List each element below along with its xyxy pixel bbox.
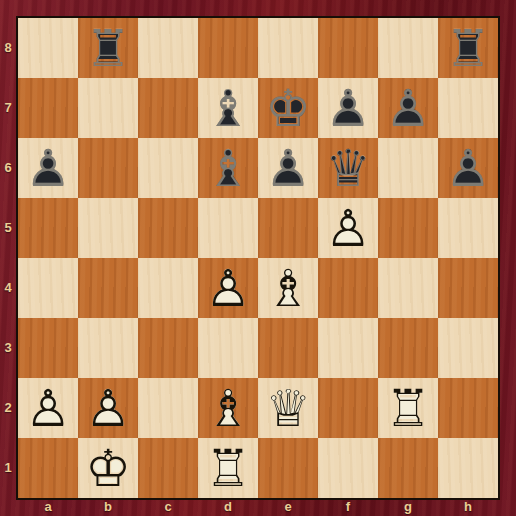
white-rook: ♜♖ (378, 378, 438, 438)
square-d4[interactable]: ♟♙ (198, 258, 258, 318)
square-b5[interactable] (78, 198, 138, 258)
square-e1[interactable] (258, 438, 318, 498)
square-c5[interactable] (138, 198, 198, 258)
square-a1[interactable] (18, 438, 78, 498)
square-a8[interactable] (18, 18, 78, 78)
board-frame: ♜♖♜♖♝♗♚♔♟♙♟♙♟♙♝♗♟♙♛♕♟♙♟♙♟♙♝♗♟♙♟♙♝♗♛♕♜♖♚♔… (0, 0, 516, 516)
black-pawn: ♟♙ (18, 138, 78, 198)
square-g5[interactable] (378, 198, 438, 258)
black-rook: ♜♖ (78, 18, 138, 78)
square-f7[interactable]: ♟♙ (318, 78, 378, 138)
white-bishop: ♝♗ (258, 258, 318, 318)
white-pawn: ♟♙ (18, 378, 78, 438)
board: ♜♖♜♖♝♗♚♔♟♙♟♙♟♙♝♗♟♙♛♕♟♙♟♙♟♙♝♗♟♙♟♙♝♗♛♕♜♖♚♔… (16, 16, 500, 500)
square-a3[interactable] (18, 318, 78, 378)
file-label-b: b (78, 498, 138, 516)
file-label-h: h (438, 498, 498, 516)
square-d2[interactable]: ♝♗ (198, 378, 258, 438)
black-pawn: ♟♙ (438, 138, 498, 198)
black-pawn: ♟♙ (258, 138, 318, 198)
square-e7[interactable]: ♚♔ (258, 78, 318, 138)
black-king: ♚♔ (258, 78, 318, 138)
square-g1[interactable] (378, 438, 438, 498)
square-c7[interactable] (138, 78, 198, 138)
square-d7[interactable]: ♝♗ (198, 78, 258, 138)
white-pawn: ♟♙ (318, 198, 378, 258)
square-h4[interactable] (438, 258, 498, 318)
rank-label-1: 1 (0, 438, 16, 498)
square-a2[interactable]: ♟♙ (18, 378, 78, 438)
square-h2[interactable] (438, 378, 498, 438)
file-label-g: g (378, 498, 438, 516)
square-a4[interactable] (18, 258, 78, 318)
rank-label-3: 3 (0, 318, 16, 378)
white-king: ♚♔ (78, 438, 138, 498)
square-e2[interactable]: ♛♕ (258, 378, 318, 438)
square-b3[interactable] (78, 318, 138, 378)
square-e6[interactable]: ♟♙ (258, 138, 318, 198)
square-c3[interactable] (138, 318, 198, 378)
square-g8[interactable] (378, 18, 438, 78)
white-queen: ♛♕ (258, 378, 318, 438)
white-pawn: ♟♙ (78, 378, 138, 438)
square-h7[interactable] (438, 78, 498, 138)
rank-label-7: 7 (0, 78, 16, 138)
white-rook: ♜♖ (198, 438, 258, 498)
square-d6[interactable]: ♝♗ (198, 138, 258, 198)
square-c4[interactable] (138, 258, 198, 318)
rank-label-8: 8 (0, 18, 16, 78)
rank-label-6: 6 (0, 138, 16, 198)
square-a7[interactable] (18, 78, 78, 138)
square-d1[interactable]: ♜♖ (198, 438, 258, 498)
square-f6[interactable]: ♛♕ (318, 138, 378, 198)
square-b7[interactable] (78, 78, 138, 138)
square-h1[interactable] (438, 438, 498, 498)
square-h3[interactable] (438, 318, 498, 378)
square-d3[interactable] (198, 318, 258, 378)
square-h8[interactable]: ♜♖ (438, 18, 498, 78)
square-g2[interactable]: ♜♖ (378, 378, 438, 438)
square-e8[interactable] (258, 18, 318, 78)
file-label-f: f (318, 498, 378, 516)
square-f3[interactable] (318, 318, 378, 378)
square-g6[interactable] (378, 138, 438, 198)
square-g7[interactable]: ♟♙ (378, 78, 438, 138)
square-e4[interactable]: ♝♗ (258, 258, 318, 318)
square-a5[interactable] (18, 198, 78, 258)
square-c6[interactable] (138, 138, 198, 198)
square-b8[interactable]: ♜♖ (78, 18, 138, 78)
file-label-d: d (198, 498, 258, 516)
square-h6[interactable]: ♟♙ (438, 138, 498, 198)
square-b2[interactable]: ♟♙ (78, 378, 138, 438)
black-bishop: ♝♗ (198, 78, 258, 138)
square-g4[interactable] (378, 258, 438, 318)
square-d8[interactable] (198, 18, 258, 78)
white-pawn: ♟♙ (198, 258, 258, 318)
square-b1[interactable]: ♚♔ (78, 438, 138, 498)
square-h5[interactable] (438, 198, 498, 258)
square-c1[interactable] (138, 438, 198, 498)
rank-label-2: 2 (0, 378, 16, 438)
square-g3[interactable] (378, 318, 438, 378)
square-a6[interactable]: ♟♙ (18, 138, 78, 198)
square-c8[interactable] (138, 18, 198, 78)
rank-label-5: 5 (0, 198, 16, 258)
square-f5[interactable]: ♟♙ (318, 198, 378, 258)
square-f8[interactable] (318, 18, 378, 78)
file-label-c: c (138, 498, 198, 516)
black-queen: ♛♕ (318, 138, 378, 198)
square-b4[interactable] (78, 258, 138, 318)
black-pawn: ♟♙ (318, 78, 378, 138)
rank-label-4: 4 (0, 258, 16, 318)
black-rook: ♜♖ (438, 18, 498, 78)
file-label-a: a (18, 498, 78, 516)
square-f1[interactable] (318, 438, 378, 498)
square-b6[interactable] (78, 138, 138, 198)
white-bishop: ♝♗ (198, 378, 258, 438)
file-label-e: e (258, 498, 318, 516)
square-d5[interactable] (198, 198, 258, 258)
square-f2[interactable] (318, 378, 378, 438)
black-pawn: ♟♙ (378, 78, 438, 138)
square-e3[interactable] (258, 318, 318, 378)
square-c2[interactable] (138, 378, 198, 438)
square-e5[interactable] (258, 198, 318, 258)
black-bishop: ♝♗ (198, 138, 258, 198)
square-f4[interactable] (318, 258, 378, 318)
